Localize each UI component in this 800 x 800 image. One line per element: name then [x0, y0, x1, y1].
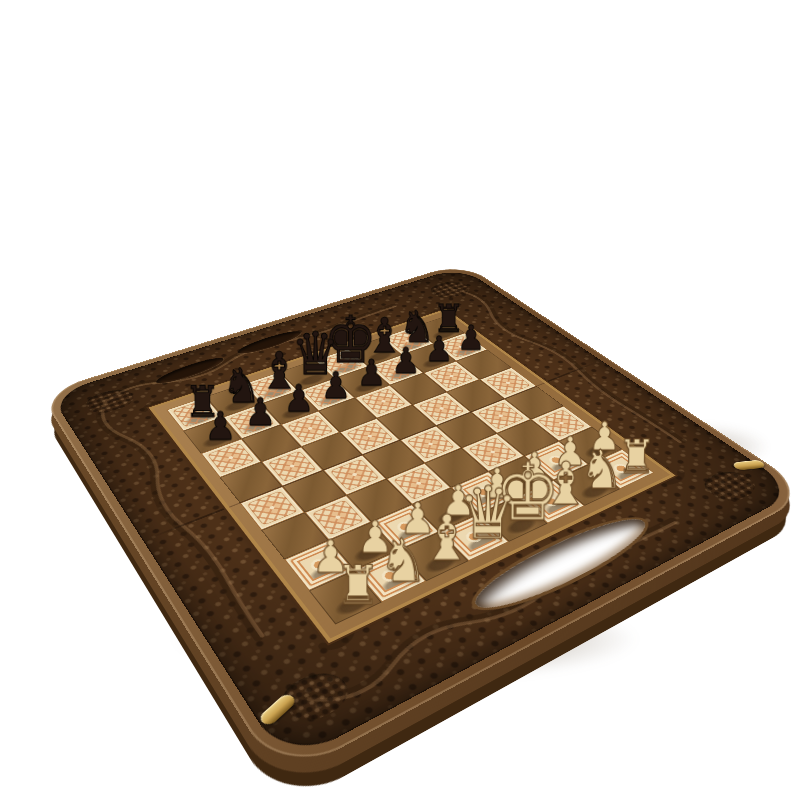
carved-border: ♜♞♝♛♚♝♞♜♟♟♟♟♟♟♟♟♟♟♟♟♟♟♟♟♜♞♝♛♚♝♞♜: [50, 267, 798, 765]
board-scene: ♜♞♝♛♚♝♞♜♟♟♟♟♟♟♟♟♟♟♟♟♟♟♟♟♜♞♝♛♚♝♞♜: [0, 0, 800, 800]
black-pawn[interactable]: ♟: [180, 407, 260, 446]
board-tray: ♜♞♝♛♚♝♞♜♟♟♟♟♟♟♟♟♟♟♟♟♟♟♟♟♜♞♝♛♚♝♞♜: [39, 263, 800, 781]
white-rook[interactable]: ♜: [309, 558, 407, 612]
